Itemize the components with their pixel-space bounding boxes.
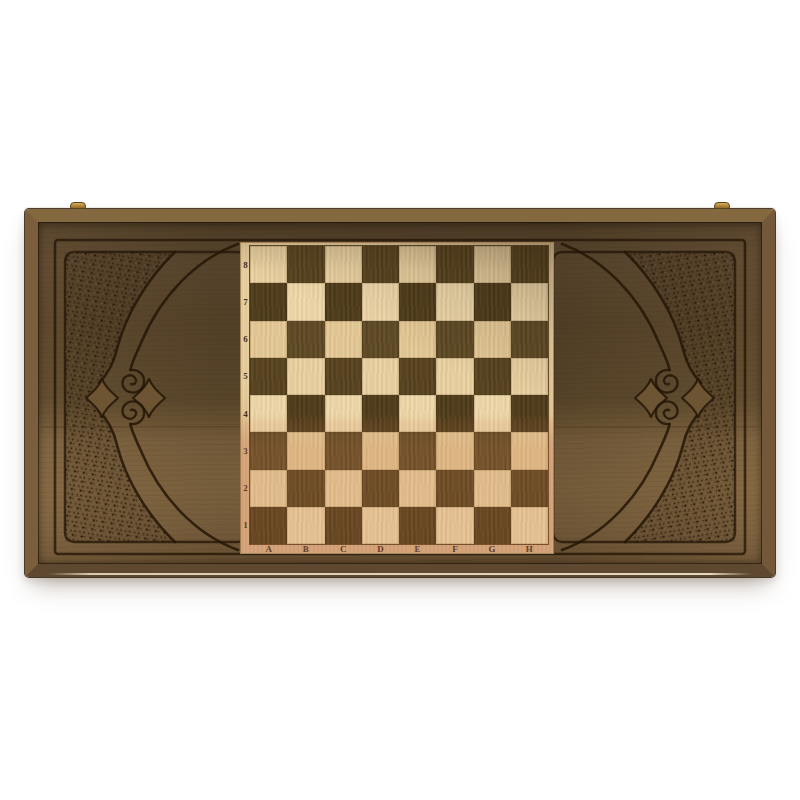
bottom-edge-highlight <box>48 573 752 575</box>
rank-label: 8 <box>241 246 250 283</box>
square-g1[interactable] <box>474 507 511 544</box>
rank-label: 6 <box>241 321 250 358</box>
square-f1[interactable] <box>436 507 473 544</box>
square-h6[interactable] <box>511 321 548 358</box>
file-label: A <box>250 544 287 554</box>
square-h5[interactable] <box>511 358 548 395</box>
square-f3[interactable] <box>436 432 473 469</box>
square-a1[interactable] <box>250 507 287 544</box>
square-g5[interactable] <box>474 358 511 395</box>
square-g6[interactable] <box>474 321 511 358</box>
left-ornament-panel <box>65 244 247 550</box>
square-b4[interactable] <box>287 395 324 432</box>
square-f8[interactable] <box>436 246 473 283</box>
square-e6[interactable] <box>399 321 436 358</box>
square-d2[interactable] <box>362 470 399 507</box>
brass-hinge-right <box>714 202 730 209</box>
square-g8[interactable] <box>474 246 511 283</box>
square-h1[interactable] <box>511 507 548 544</box>
square-b1[interactable] <box>287 507 324 544</box>
square-d5[interactable] <box>362 358 399 395</box>
square-e1[interactable] <box>399 507 436 544</box>
square-b2[interactable] <box>287 470 324 507</box>
square-d1[interactable] <box>362 507 399 544</box>
square-c1[interactable] <box>325 507 362 544</box>
square-e8[interactable] <box>399 246 436 283</box>
square-e4[interactable] <box>399 395 436 432</box>
square-c5[interactable] <box>325 358 362 395</box>
chessboard-panel: 8 7 6 5 4 3 2 1 A B C D E F G H <box>240 242 554 554</box>
square-c2[interactable] <box>325 470 362 507</box>
square-a5[interactable] <box>250 358 287 395</box>
square-h8[interactable] <box>511 246 548 283</box>
file-label: C <box>325 544 362 554</box>
square-b8[interactable] <box>287 246 324 283</box>
file-label: G <box>474 544 511 554</box>
square-d6[interactable] <box>362 321 399 358</box>
file-label: D <box>362 544 399 554</box>
square-a2[interactable] <box>250 470 287 507</box>
file-labels: A B C D E F G H <box>250 544 548 554</box>
square-b5[interactable] <box>287 358 324 395</box>
square-h2[interactable] <box>511 470 548 507</box>
rank-labels: 8 7 6 5 4 3 2 1 <box>241 246 250 544</box>
square-d3[interactable] <box>362 432 399 469</box>
square-h3[interactable] <box>511 432 548 469</box>
square-e2[interactable] <box>399 470 436 507</box>
square-f5[interactable] <box>436 358 473 395</box>
squares-grid <box>250 246 548 544</box>
square-a4[interactable] <box>250 395 287 432</box>
right-ornament-panel <box>553 244 735 550</box>
square-e7[interactable] <box>399 283 436 320</box>
square-g3[interactable] <box>474 432 511 469</box>
file-label: E <box>399 544 436 554</box>
square-f4[interactable] <box>436 395 473 432</box>
square-g2[interactable] <box>474 470 511 507</box>
file-label: B <box>287 544 324 554</box>
square-c7[interactable] <box>325 283 362 320</box>
product-photo-stage: 8 7 6 5 4 3 2 1 A B C D E F G H <box>0 0 800 800</box>
square-h7[interactable] <box>511 283 548 320</box>
rank-label: 2 <box>241 470 250 507</box>
square-f6[interactable] <box>436 321 473 358</box>
square-d8[interactable] <box>362 246 399 283</box>
brass-hinge-left <box>70 202 86 209</box>
rank-label: 7 <box>241 283 250 320</box>
square-b6[interactable] <box>287 321 324 358</box>
rank-label: 4 <box>241 395 250 432</box>
square-c4[interactable] <box>325 395 362 432</box>
square-h4[interactable] <box>511 395 548 432</box>
square-c6[interactable] <box>325 321 362 358</box>
square-g4[interactable] <box>474 395 511 432</box>
square-a6[interactable] <box>250 321 287 358</box>
square-b7[interactable] <box>287 283 324 320</box>
wooden-game-board: 8 7 6 5 4 3 2 1 A B C D E F G H <box>25 209 775 577</box>
file-label: F <box>436 544 473 554</box>
square-a3[interactable] <box>250 432 287 469</box>
square-c3[interactable] <box>325 432 362 469</box>
square-e5[interactable] <box>399 358 436 395</box>
square-d4[interactable] <box>362 395 399 432</box>
square-d7[interactable] <box>362 283 399 320</box>
square-a8[interactable] <box>250 246 287 283</box>
square-e3[interactable] <box>399 432 436 469</box>
square-b3[interactable] <box>287 432 324 469</box>
square-g7[interactable] <box>474 283 511 320</box>
square-f7[interactable] <box>436 283 473 320</box>
file-label: H <box>511 544 548 554</box>
square-c8[interactable] <box>325 246 362 283</box>
square-f2[interactable] <box>436 470 473 507</box>
rank-label: 5 <box>241 358 250 395</box>
rank-label: 3 <box>241 432 250 469</box>
rank-label: 1 <box>241 507 250 544</box>
square-a7[interactable] <box>250 283 287 320</box>
